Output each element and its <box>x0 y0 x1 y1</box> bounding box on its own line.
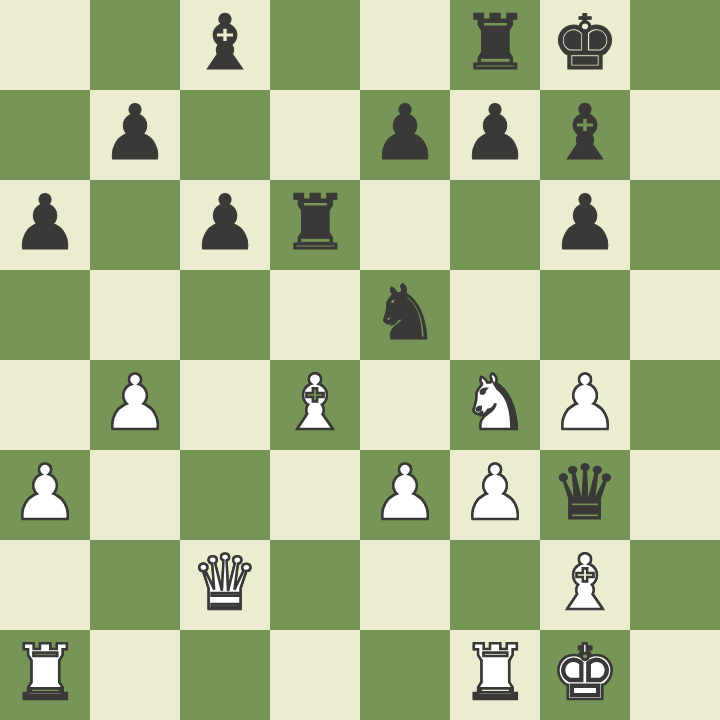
square-b6[interactable] <box>90 180 180 270</box>
black-bishop[interactable]: ♝ <box>191 5 259 81</box>
chess-board: ♝♜♚♟♟♟♝♟♟♜♟♞♟♝♞♟♟♟♟♛♛♝♜♜♚ <box>0 0 720 720</box>
square-f1[interactable]: ♜ <box>450 630 540 720</box>
square-e4[interactable] <box>360 360 450 450</box>
square-a5[interactable] <box>0 270 90 360</box>
square-h6[interactable] <box>630 180 720 270</box>
white-pawn[interactable]: ♟ <box>101 365 169 441</box>
square-h8[interactable] <box>630 0 720 90</box>
black-pawn[interactable]: ♟ <box>11 185 79 261</box>
white-pawn[interactable]: ♟ <box>461 455 529 531</box>
square-g8[interactable]: ♚ <box>540 0 630 90</box>
black-pawn[interactable]: ♟ <box>371 95 439 171</box>
square-a1[interactable]: ♜ <box>0 630 90 720</box>
square-c2[interactable]: ♛ <box>180 540 270 630</box>
square-g5[interactable] <box>540 270 630 360</box>
square-d1[interactable] <box>270 630 360 720</box>
square-f7[interactable]: ♟ <box>450 90 540 180</box>
square-e5[interactable]: ♞ <box>360 270 450 360</box>
square-h1[interactable] <box>630 630 720 720</box>
square-d2[interactable] <box>270 540 360 630</box>
square-g4[interactable]: ♟ <box>540 360 630 450</box>
square-e8[interactable] <box>360 0 450 90</box>
white-bishop[interactable]: ♝ <box>281 365 349 441</box>
square-h3[interactable] <box>630 450 720 540</box>
square-e1[interactable] <box>360 630 450 720</box>
square-e2[interactable] <box>360 540 450 630</box>
black-bishop[interactable]: ♝ <box>551 95 619 171</box>
square-c1[interactable] <box>180 630 270 720</box>
square-d7[interactable] <box>270 90 360 180</box>
square-d6[interactable]: ♜ <box>270 180 360 270</box>
white-pawn[interactable]: ♟ <box>371 455 439 531</box>
square-e6[interactable] <box>360 180 450 270</box>
black-pawn[interactable]: ♟ <box>551 185 619 261</box>
white-pawn[interactable]: ♟ <box>11 455 79 531</box>
white-pawn[interactable]: ♟ <box>551 365 619 441</box>
square-g1[interactable]: ♚ <box>540 630 630 720</box>
square-a7[interactable] <box>0 90 90 180</box>
square-h4[interactable] <box>630 360 720 450</box>
square-b2[interactable] <box>90 540 180 630</box>
square-c7[interactable] <box>180 90 270 180</box>
square-d3[interactable] <box>270 450 360 540</box>
square-c4[interactable] <box>180 360 270 450</box>
square-c5[interactable] <box>180 270 270 360</box>
black-rook[interactable]: ♜ <box>281 185 349 261</box>
square-a6[interactable]: ♟ <box>0 180 90 270</box>
square-f8[interactable]: ♜ <box>450 0 540 90</box>
square-e7[interactable]: ♟ <box>360 90 450 180</box>
square-f6[interactable] <box>450 180 540 270</box>
square-d8[interactable] <box>270 0 360 90</box>
black-knight[interactable]: ♞ <box>371 275 439 351</box>
black-king[interactable]: ♚ <box>551 5 619 81</box>
square-f3[interactable]: ♟ <box>450 450 540 540</box>
square-a3[interactable]: ♟ <box>0 450 90 540</box>
square-g7[interactable]: ♝ <box>540 90 630 180</box>
square-h7[interactable] <box>630 90 720 180</box>
black-queen[interactable]: ♛ <box>551 455 619 531</box>
square-d5[interactable] <box>270 270 360 360</box>
square-b1[interactable] <box>90 630 180 720</box>
white-rook[interactable]: ♜ <box>461 635 529 711</box>
square-a4[interactable] <box>0 360 90 450</box>
square-g2[interactable]: ♝ <box>540 540 630 630</box>
square-d4[interactable]: ♝ <box>270 360 360 450</box>
white-bishop[interactable]: ♝ <box>551 545 619 621</box>
square-c6[interactable]: ♟ <box>180 180 270 270</box>
square-b3[interactable] <box>90 450 180 540</box>
square-h2[interactable] <box>630 540 720 630</box>
square-f4[interactable]: ♞ <box>450 360 540 450</box>
white-king[interactable]: ♚ <box>551 635 619 711</box>
square-a2[interactable] <box>0 540 90 630</box>
square-h5[interactable] <box>630 270 720 360</box>
square-f5[interactable] <box>450 270 540 360</box>
square-b8[interactable] <box>90 0 180 90</box>
square-g6[interactable]: ♟ <box>540 180 630 270</box>
black-pawn[interactable]: ♟ <box>191 185 259 261</box>
square-b4[interactable]: ♟ <box>90 360 180 450</box>
black-pawn[interactable]: ♟ <box>461 95 529 171</box>
square-e3[interactable]: ♟ <box>360 450 450 540</box>
white-rook[interactable]: ♜ <box>11 635 79 711</box>
square-b7[interactable]: ♟ <box>90 90 180 180</box>
square-c3[interactable] <box>180 450 270 540</box>
square-f2[interactable] <box>450 540 540 630</box>
square-g3[interactable]: ♛ <box>540 450 630 540</box>
black-rook[interactable]: ♜ <box>461 5 529 81</box>
square-a8[interactable] <box>0 0 90 90</box>
white-queen[interactable]: ♛ <box>191 545 259 621</box>
square-c8[interactable]: ♝ <box>180 0 270 90</box>
square-b5[interactable] <box>90 270 180 360</box>
white-knight[interactable]: ♞ <box>461 365 529 441</box>
black-pawn[interactable]: ♟ <box>101 95 169 171</box>
